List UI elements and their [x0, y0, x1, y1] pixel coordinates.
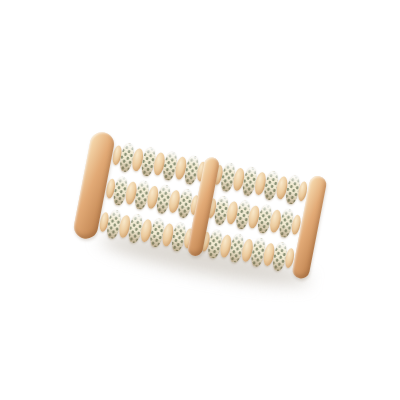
- product-photo-canvas: [0, 0, 400, 400]
- wooden-foot-massage-roller: [72, 128, 329, 284]
